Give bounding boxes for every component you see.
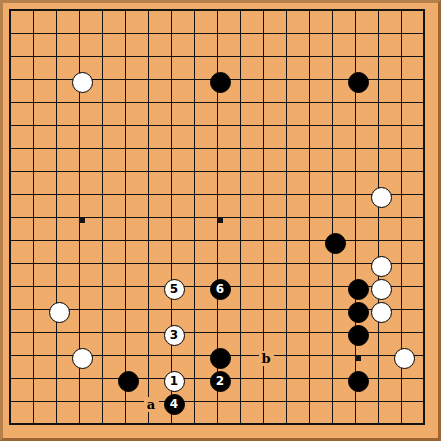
intersection [413,183,436,206]
intersection [413,137,436,160]
intersection [45,229,68,252]
intersection [413,68,436,91]
intersection [206,91,229,114]
intersection [275,252,298,275]
intersection [0,183,22,206]
intersection [22,206,45,229]
intersection [183,275,206,298]
black-stone [325,233,346,254]
intersection [22,91,45,114]
intersection [344,390,367,413]
intersection [22,275,45,298]
intersection [229,22,252,45]
intersection [206,229,229,252]
intersection [183,206,206,229]
intersection [45,0,68,22]
intersection [321,275,344,298]
intersection [229,114,252,137]
intersection [22,344,45,367]
intersection [68,321,91,344]
intersection [206,413,229,436]
intersection [183,298,206,321]
intersection [91,344,114,367]
intersection [275,344,298,367]
white-stone-move-1: 1 [164,371,185,392]
intersection [114,298,137,321]
intersection [0,160,22,183]
intersection [298,321,321,344]
intersection [160,22,183,45]
intersection [137,183,160,206]
intersection [321,206,344,229]
intersection [252,413,275,436]
intersection [229,390,252,413]
white-stone [72,348,93,369]
intersection [114,68,137,91]
intersection [344,206,367,229]
intersection [390,275,413,298]
intersection [0,91,22,114]
intersection [390,68,413,91]
intersection [229,160,252,183]
intersection [114,321,137,344]
intersection [344,114,367,137]
intersection [0,367,22,390]
intersection [45,160,68,183]
intersection [68,45,91,68]
intersection [321,367,344,390]
intersection [160,160,183,183]
intersection [206,206,229,229]
intersection [68,114,91,137]
intersection [413,252,436,275]
intersection [91,68,114,91]
intersection [137,0,160,22]
intersection [160,206,183,229]
intersection [183,45,206,68]
intersection [252,137,275,160]
intersection [45,68,68,91]
intersection [252,22,275,45]
intersection [275,367,298,390]
intersection [45,22,68,45]
intersection [252,160,275,183]
intersection [252,0,275,22]
intersection [275,160,298,183]
intersection [206,22,229,45]
intersection [344,252,367,275]
intersection [298,275,321,298]
intersection [229,252,252,275]
intersection [298,183,321,206]
intersection [367,68,390,91]
intersection [0,229,22,252]
intersection [68,413,91,436]
intersection [45,390,68,413]
intersection [183,390,206,413]
intersection [367,0,390,22]
intersection [321,344,344,367]
intersection [137,114,160,137]
white-stone-move-5: 5 [164,279,185,300]
intersection [45,206,68,229]
white-stone [49,302,70,323]
intersection [275,114,298,137]
intersection [252,390,275,413]
intersection [390,367,413,390]
intersection [22,0,45,22]
intersection [183,183,206,206]
intersection [275,22,298,45]
intersection [390,321,413,344]
intersection [413,413,436,436]
intersection [321,390,344,413]
intersection [137,229,160,252]
intersection [390,114,413,137]
intersection [22,390,45,413]
intersection [114,91,137,114]
intersection [160,413,183,436]
intersection [91,0,114,22]
intersection [137,137,160,160]
intersection [321,321,344,344]
intersection [183,344,206,367]
intersection [413,22,436,45]
intersection [390,22,413,45]
black-stone-move-2: 2 [210,371,231,392]
intersection [390,206,413,229]
intersection [137,252,160,275]
intersection [298,229,321,252]
black-stone-move-4: 4 [164,394,185,415]
intersection [367,367,390,390]
intersection [22,22,45,45]
intersection [344,0,367,22]
intersection [114,252,137,275]
intersection [137,206,160,229]
white-stone [394,348,415,369]
intersection [22,114,45,137]
intersection [137,321,160,344]
white-stone [371,279,392,300]
intersection [160,229,183,252]
white-stone-move-3: 3 [164,325,185,346]
intersection [344,229,367,252]
intersection [367,137,390,160]
intersection [298,0,321,22]
intersection [137,160,160,183]
intersection [390,0,413,22]
intersection [344,22,367,45]
intersection [321,413,344,436]
intersection [298,45,321,68]
intersection [298,367,321,390]
intersection [367,114,390,137]
intersection [0,45,22,68]
intersection [45,91,68,114]
intersection [344,91,367,114]
intersection [91,390,114,413]
intersection [344,45,367,68]
intersection [298,206,321,229]
intersection [390,413,413,436]
intersection [390,298,413,321]
intersection [183,22,206,45]
intersection [206,252,229,275]
intersection [137,367,160,390]
intersection [367,45,390,68]
intersection [252,367,275,390]
intersection [390,183,413,206]
intersection [413,0,436,22]
intersection [91,229,114,252]
intersection [160,91,183,114]
intersection [321,91,344,114]
intersection [160,344,183,367]
intersection [160,137,183,160]
intersection [413,344,436,367]
intersection [206,114,229,137]
intersection [229,298,252,321]
black-stone [348,279,369,300]
intersection [413,91,436,114]
intersection [298,298,321,321]
hoshi-point [218,218,223,223]
intersection [183,137,206,160]
intersection [183,321,206,344]
intersection [367,390,390,413]
black-stone [210,72,231,93]
white-stone [371,187,392,208]
intersection [0,413,22,436]
intersection [114,22,137,45]
intersection [0,0,22,22]
intersection [22,367,45,390]
intersection [114,229,137,252]
intersection [0,275,22,298]
intersection [413,114,436,137]
intersection [114,413,137,436]
intersection [413,321,436,344]
intersection [344,183,367,206]
intersection [91,91,114,114]
intersection [413,390,436,413]
intersection [68,137,91,160]
intersection [22,68,45,91]
intersection [367,229,390,252]
intersection [275,45,298,68]
intersection [252,321,275,344]
intersection [45,367,68,390]
intersection [91,160,114,183]
intersection [229,137,252,160]
intersection [137,413,160,436]
intersection [0,206,22,229]
intersection [0,321,22,344]
intersection [183,413,206,436]
white-stone [371,256,392,277]
intersection [206,298,229,321]
intersection [275,229,298,252]
point-label-a: a [144,397,159,412]
intersection [183,229,206,252]
intersection [45,344,68,367]
intersection [321,252,344,275]
intersection [68,275,91,298]
intersection [91,275,114,298]
intersection [91,321,114,344]
intersection [45,183,68,206]
intersection [91,298,114,321]
intersection [298,68,321,91]
intersection [275,68,298,91]
intersection [68,183,91,206]
intersection [298,91,321,114]
intersection [321,22,344,45]
intersection [68,22,91,45]
intersection [298,22,321,45]
intersection [137,68,160,91]
intersection [0,22,22,45]
black-stone [348,302,369,323]
intersection [0,137,22,160]
intersection [344,137,367,160]
black-stone [348,325,369,346]
intersection [252,229,275,252]
intersection [160,298,183,321]
intersection [298,137,321,160]
intersection [206,137,229,160]
intersection [22,321,45,344]
intersection [413,298,436,321]
intersection [229,344,252,367]
intersection [160,252,183,275]
intersection [137,45,160,68]
intersection [160,114,183,137]
intersection [114,206,137,229]
intersection [22,298,45,321]
intersection [252,206,275,229]
intersection [321,137,344,160]
intersection [114,344,137,367]
black-stone-move-6: 6 [210,279,231,300]
black-stone [210,348,231,369]
intersection [0,252,22,275]
intersection [68,91,91,114]
intersection [68,252,91,275]
intersection [206,321,229,344]
intersection [229,183,252,206]
intersection [413,160,436,183]
intersection [367,91,390,114]
intersection [206,45,229,68]
intersection [390,390,413,413]
intersection [413,206,436,229]
intersection [91,367,114,390]
intersection [229,275,252,298]
black-stone [348,72,369,93]
intersection [252,298,275,321]
black-stone [118,371,139,392]
intersection [114,390,137,413]
intersection [298,114,321,137]
intersection [206,183,229,206]
intersection [91,413,114,436]
intersection [252,45,275,68]
intersection [160,0,183,22]
intersection [183,0,206,22]
intersection [275,137,298,160]
intersection [22,183,45,206]
intersection [0,390,22,413]
intersection [0,298,22,321]
intersection [114,137,137,160]
intersection [229,0,252,22]
intersection [45,252,68,275]
intersection [413,367,436,390]
intersection [206,160,229,183]
intersection [390,229,413,252]
intersection [22,413,45,436]
intersection [413,275,436,298]
intersection [91,137,114,160]
intersection [367,344,390,367]
intersection [68,298,91,321]
intersection [68,206,91,229]
intersection [68,390,91,413]
intersection [275,91,298,114]
intersection [160,183,183,206]
intersection [275,275,298,298]
intersection [298,252,321,275]
intersection [183,114,206,137]
intersection [183,68,206,91]
intersection [321,298,344,321]
intersection [275,298,298,321]
intersection [229,321,252,344]
intersection [252,183,275,206]
hoshi-point [80,218,85,223]
intersection [252,68,275,91]
intersection [413,45,436,68]
intersection [390,252,413,275]
intersection [45,321,68,344]
intersection [206,0,229,22]
intersection [367,413,390,436]
intersection [321,45,344,68]
intersection [91,45,114,68]
white-stone [371,302,392,323]
intersection [275,413,298,436]
intersection [275,321,298,344]
intersection [114,275,137,298]
intersection [390,137,413,160]
intersection [0,344,22,367]
intersection [390,91,413,114]
intersection [321,0,344,22]
intersection [114,45,137,68]
intersection [22,252,45,275]
intersection [91,22,114,45]
intersection [344,344,367,367]
intersection [137,91,160,114]
intersection [91,206,114,229]
intersection [160,68,183,91]
intersection [367,206,390,229]
intersection [137,275,160,298]
intersection [298,160,321,183]
intersection [229,91,252,114]
